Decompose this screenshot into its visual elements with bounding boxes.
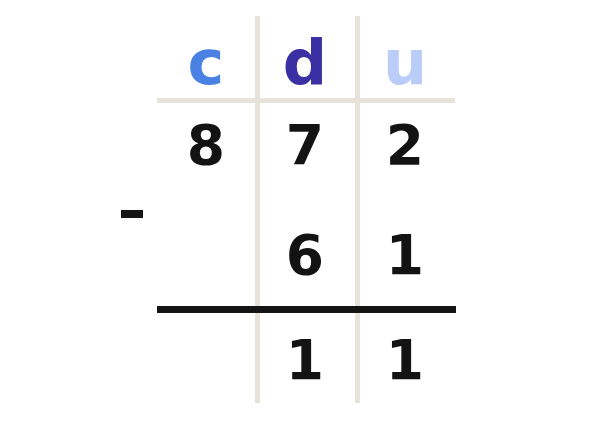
- subtraction-worksheet: - c d u 8 7 2 6 1 1 1: [0, 0, 600, 425]
- cell-minuend-tens: 7: [255, 110, 355, 180]
- place-value-grid: c d u 8 7 2 6 1 1 1: [157, 16, 455, 403]
- cell-result-hundreds: [157, 330, 255, 390]
- cell-result-units: 1: [355, 330, 455, 390]
- grid-filler: [157, 390, 255, 403]
- minus-sign: -: [121, 210, 143, 218]
- minus-sign-label: -: [121, 210, 122, 211]
- column-header-d: d: [255, 16, 355, 110]
- answer-bar: [157, 306, 456, 313]
- cell-minuend-hundreds: 8: [157, 110, 255, 180]
- column-header-u: u: [355, 16, 455, 110]
- column-header-c: c: [157, 16, 255, 110]
- cell-minuend-units: 2: [355, 110, 455, 180]
- cell-result-tens: 1: [255, 330, 355, 390]
